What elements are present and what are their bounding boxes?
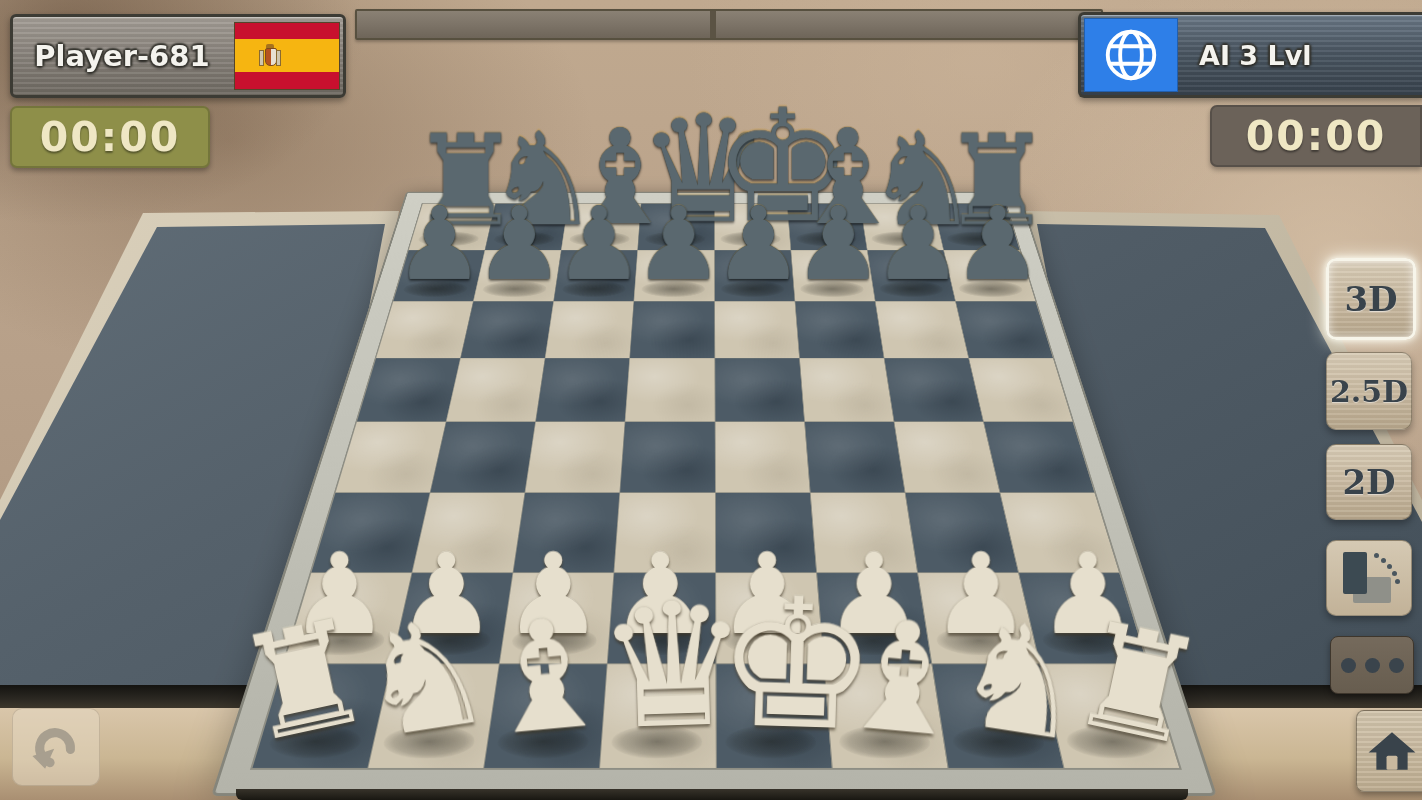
- square-c5[interactable]: [536, 359, 629, 422]
- black-player-clock: 00:00: [1210, 105, 1422, 167]
- piece-white-queen-d1[interactable]: ♛: [594, 580, 714, 755]
- white-player-nameplate: Player-681: [10, 14, 346, 98]
- square-b6[interactable]: [461, 302, 553, 358]
- undo-arrow-icon: [27, 718, 85, 776]
- piece-black-pawn-f7[interactable]: ♟: [793, 193, 873, 294]
- square-h5[interactable]: [969, 359, 1072, 422]
- piece-white-rook-a1[interactable]: ♜: [226, 600, 369, 765]
- undo-button[interactable]: [12, 708, 100, 786]
- square-f6[interactable]: [795, 302, 883, 358]
- board-front-edge: [236, 789, 1188, 800]
- square-g6[interactable]: [876, 302, 969, 358]
- piece-black-pawn-d7[interactable]: ♟: [633, 193, 713, 294]
- background-ledge: [355, 9, 1103, 40]
- view-2d-button[interactable]: 2D: [1326, 444, 1412, 520]
- square-g5[interactable]: [884, 359, 983, 422]
- view-3d-button[interactable]: 3D: [1326, 258, 1416, 340]
- square-f5[interactable]: [800, 359, 894, 422]
- square-a5[interactable]: [357, 359, 460, 422]
- square-d5[interactable]: [626, 359, 715, 422]
- white-player-clock: 00:00: [10, 106, 210, 168]
- piece-white-bishop-f1[interactable]: ♝: [829, 597, 957, 759]
- piece-black-pawn-b7[interactable]: ♟: [474, 193, 554, 294]
- square-h4[interactable]: [984, 422, 1094, 492]
- flag-crest: [262, 44, 278, 68]
- home-icon: [1367, 726, 1417, 776]
- square-b4[interactable]: [431, 422, 536, 492]
- square-f4[interactable]: [805, 422, 905, 492]
- piece-black-pawn-g7[interactable]: ♟: [873, 193, 953, 294]
- black-player-name: AI 3 Lvl: [1199, 15, 1369, 95]
- square-g4[interactable]: [894, 422, 999, 492]
- game-scene: ♜♞♝♛♚♝♞♜♟♟♟♟♟♟♟♟♟♟♟♟♟♟♟♟♜♞♝♛♚♝♞♜: [0, 0, 1422, 800]
- square-b5[interactable]: [447, 359, 545, 422]
- square-c6[interactable]: [546, 302, 634, 358]
- globe-icon: [1084, 18, 1178, 92]
- square-a4[interactable]: [336, 422, 446, 492]
- home-button[interactable]: [1356, 710, 1422, 792]
- square-c4[interactable]: [526, 422, 625, 492]
- more-options-button[interactable]: [1330, 636, 1414, 694]
- view-2-5d-button[interactable]: 2.5D: [1326, 352, 1412, 430]
- ledge-divider: [710, 11, 716, 38]
- rotate-view-button[interactable]: [1326, 540, 1412, 616]
- square-e6[interactable]: [715, 302, 799, 358]
- piece-black-pawn-c7[interactable]: ♟: [554, 193, 634, 294]
- square-a6[interactable]: [376, 302, 473, 358]
- piece-white-king-e1[interactable]: ♚: [714, 572, 834, 754]
- portrait-rect: [1343, 552, 1367, 594]
- piece-white-bishop-c1[interactable]: ♝: [471, 597, 599, 759]
- square-h6[interactable]: [956, 302, 1053, 358]
- piece-black-pawn-e7[interactable]: ♟: [713, 193, 793, 294]
- square-e5[interactable]: [715, 359, 804, 422]
- piece-white-knight-b1[interactable]: ♞: [348, 598, 484, 761]
- white-player-name: Player-681: [13, 17, 231, 95]
- black-player-nameplate: AI 3 Lvl: [1078, 12, 1422, 98]
- piece-black-pawn-a7[interactable]: ♟: [394, 193, 474, 294]
- ellipsis-icon: [1341, 658, 1356, 673]
- square-d6[interactable]: [630, 302, 714, 358]
- spain-flag-icon: [234, 22, 340, 90]
- square-e4[interactable]: [715, 422, 809, 492]
- piece-black-pawn-h7[interactable]: ♟: [952, 193, 1032, 294]
- square-d4[interactable]: [620, 422, 714, 492]
